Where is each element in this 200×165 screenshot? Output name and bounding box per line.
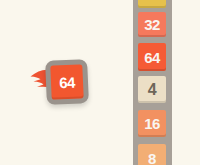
column-tile-32: 32 (138, 12, 166, 37)
flying-tile[interactable]: 64 (45, 59, 89, 105)
column-tile-partial-yellow (138, 0, 166, 8)
flying-tile-value: 64 (50, 64, 83, 99)
column-tile-16: 16 (138, 110, 166, 137)
column-tile-4: 4 (138, 76, 166, 103)
tile-column: 32 64 4 16 8 (133, 0, 172, 165)
column-tile-64: 64 (138, 43, 166, 71)
column-tile-8: 8 (138, 144, 166, 165)
game-area: 64 32 64 4 16 8 (0, 0, 200, 165)
